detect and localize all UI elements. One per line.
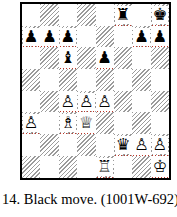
square-a5: [22, 69, 40, 91]
square-g7: ♟: [132, 26, 150, 48]
square-g8: [132, 4, 150, 26]
black-pawn-icon: ♟: [152, 28, 169, 46]
square-h4: [151, 91, 169, 113]
white-pawn-icon: ♙: [23, 114, 40, 132]
black-rook-icon: ♜: [115, 6, 132, 24]
square-c4: ♙: [59, 91, 77, 113]
white-pawn-icon: ♙: [78, 93, 95, 111]
square-a8: [22, 4, 40, 26]
caption: 14. Black move. (1001W-692): [2, 191, 177, 208]
square-e5: [96, 69, 114, 91]
square-f8: ♜: [114, 4, 132, 26]
square-c6: ♝: [59, 47, 77, 69]
square-h3: [151, 112, 169, 134]
black-pawn-icon: ♟: [23, 28, 40, 46]
square-h5: [151, 69, 169, 91]
square-e2: [96, 134, 114, 156]
white-bishop-icon: ♗: [60, 114, 77, 132]
chess-board: ♜♚♟♟♟♟♟♝♟♙♙♙♙♗♕♛♙♙♖♔: [20, 2, 171, 180]
square-g3: [132, 112, 150, 134]
square-d2: [77, 134, 95, 156]
square-a2: [22, 134, 40, 156]
square-a4: [22, 91, 40, 113]
square-c3: ♗: [59, 112, 77, 134]
square-h2: ♙: [151, 134, 169, 156]
square-c7: ♟: [59, 26, 77, 48]
white-queen-icon: ♕: [78, 114, 95, 132]
black-pawn-icon: ♟: [133, 28, 150, 46]
square-c5: [59, 69, 77, 91]
square-f5: [114, 69, 132, 91]
square-d7: [77, 26, 95, 48]
square-a7: ♟: [22, 26, 40, 48]
square-f3: [114, 112, 132, 134]
square-h6: [151, 47, 169, 69]
white-pawn-icon: ♙: [152, 136, 169, 154]
diagram-page: ♜♚♟♟♟♟♟♝♟♙♙♙♙♗♕♛♙♙♖♔ 14. Black move. (10…: [0, 0, 177, 217]
white-king-icon: ♔: [152, 158, 169, 176]
square-b2: [40, 134, 58, 156]
white-pawn-icon: ♙: [60, 93, 77, 111]
square-c1: [59, 156, 77, 178]
white-pawn-icon: ♙: [96, 93, 113, 111]
black-pawn-icon: ♟: [60, 28, 77, 46]
square-b6: [40, 47, 58, 69]
square-e1: ♖: [96, 156, 114, 178]
square-d5: [77, 69, 95, 91]
black-king-icon: ♚: [152, 6, 169, 24]
square-c8: [59, 4, 77, 26]
square-e6: ♟: [96, 47, 114, 69]
square-e7: [96, 26, 114, 48]
square-b3: [40, 112, 58, 134]
square-e3: [96, 112, 114, 134]
square-b7: ♟: [40, 26, 58, 48]
black-queen-icon: ♛: [115, 136, 132, 154]
square-a3: ♙: [22, 112, 40, 134]
square-g5: [132, 69, 150, 91]
square-g1: [132, 156, 150, 178]
black-pawn-icon: ♟: [96, 49, 113, 67]
square-f6: [114, 47, 132, 69]
square-b4: [40, 91, 58, 113]
square-f1: [114, 156, 132, 178]
square-a6: [22, 47, 40, 69]
white-rook-icon: ♖: [96, 158, 113, 176]
square-a1: [22, 156, 40, 178]
square-h8: ♚: [151, 4, 169, 26]
square-e8: [96, 4, 114, 26]
square-b8: [40, 4, 58, 26]
square-b5: [40, 69, 58, 91]
black-pawn-icon: ♟: [41, 28, 58, 46]
square-d3: ♕: [77, 112, 95, 134]
square-d4: ♙: [77, 91, 95, 113]
square-e4: ♙: [96, 91, 114, 113]
square-d6: [77, 47, 95, 69]
square-c2: [59, 134, 77, 156]
square-h1: ♔: [151, 156, 169, 178]
square-h7: ♟: [151, 26, 169, 48]
square-d8: [77, 4, 95, 26]
square-f2: ♛: [114, 134, 132, 156]
black-bishop-icon: ♝: [60, 49, 77, 67]
square-d1: [77, 156, 95, 178]
square-f7: [114, 26, 132, 48]
square-g6: [132, 47, 150, 69]
square-f4: [114, 91, 132, 113]
white-pawn-icon: ♙: [133, 136, 150, 154]
square-g4: [132, 91, 150, 113]
square-g2: ♙: [132, 134, 150, 156]
square-b1: [40, 156, 58, 178]
